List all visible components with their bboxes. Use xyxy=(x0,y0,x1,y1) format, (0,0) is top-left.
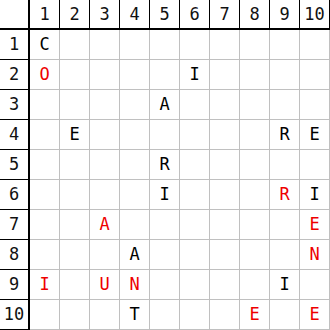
cell-r2-c3 xyxy=(90,60,120,90)
crossword-grid: 123456789101C2OI3A4ERE5R6IRI7AE8AN9IUNI1… xyxy=(0,0,330,330)
cell-r8-c10[interactable]: N xyxy=(300,240,330,270)
row-header-7: 7 xyxy=(0,210,30,240)
cell-r1-c2[interactable] xyxy=(60,30,90,60)
row-header-5: 5 xyxy=(0,150,30,180)
cell-r6-c10[interactable]: I xyxy=(300,180,330,210)
cell-r3-c9[interactable] xyxy=(270,90,300,120)
cell-r4-c10[interactable]: E xyxy=(300,120,330,150)
cell-r3-c3[interactable] xyxy=(90,90,120,120)
cell-r8-c5[interactable] xyxy=(150,240,180,270)
cell-r2-c10[interactable] xyxy=(300,60,330,90)
cell-r5-c2[interactable] xyxy=(60,150,90,180)
cell-r1-c4[interactable] xyxy=(120,30,150,60)
cell-r8-c1[interactable] xyxy=(30,240,60,270)
row-header-4: 4 xyxy=(0,120,30,150)
cell-r3-c5[interactable]: A xyxy=(150,90,180,120)
cell-r9-c3[interactable]: U xyxy=(90,270,120,300)
col-header-4: 4 xyxy=(120,0,150,30)
cell-r2-c4[interactable] xyxy=(120,60,150,90)
cell-r7-c5[interactable] xyxy=(150,210,180,240)
col-header-3: 3 xyxy=(90,0,120,30)
cell-r3-c7[interactable] xyxy=(210,90,240,120)
cell-r4-c8[interactable] xyxy=(240,120,270,150)
cell-r5-c6[interactable] xyxy=(180,150,210,180)
cell-r3-c8 xyxy=(240,90,270,120)
cell-r6-c7 xyxy=(210,180,240,210)
row-header-6: 6 xyxy=(0,180,30,210)
cell-r2-c2[interactable] xyxy=(60,60,90,90)
cell-r6-c9[interactable]: R xyxy=(270,180,300,210)
cell-r2-c5[interactable] xyxy=(150,60,180,90)
cell-r9-c1[interactable]: I xyxy=(30,270,60,300)
cell-r9-c5[interactable] xyxy=(150,270,180,300)
row-header-1: 1 xyxy=(0,30,30,60)
row-header-10: 10 xyxy=(0,300,30,330)
cell-r5-c4[interactable] xyxy=(120,150,150,180)
cell-r6-c8[interactable] xyxy=(240,180,270,210)
cell-r4-c3[interactable] xyxy=(90,120,120,150)
cell-r4-c6[interactable] xyxy=(180,120,210,150)
cell-r5-c3 xyxy=(90,150,120,180)
row-header-2: 2 xyxy=(0,60,30,90)
corner-cell xyxy=(0,0,30,30)
cell-r1-c5[interactable] xyxy=(150,30,180,60)
cell-r6-c5[interactable]: I xyxy=(150,180,180,210)
cell-r10-c7 xyxy=(210,300,240,330)
cell-r4-c5[interactable] xyxy=(150,120,180,150)
row-header-9: 9 xyxy=(0,270,30,300)
cell-r9-c4[interactable]: N xyxy=(120,270,150,300)
cell-r3-c6[interactable] xyxy=(180,90,210,120)
cell-r10-c5[interactable] xyxy=(150,300,180,330)
cell-r5-c9 xyxy=(270,150,300,180)
col-header-2: 2 xyxy=(60,0,90,30)
cell-r10-c9[interactable] xyxy=(270,300,300,330)
cell-r5-c10[interactable] xyxy=(300,150,330,180)
cell-r9-c6[interactable] xyxy=(180,270,210,300)
cell-r8-c7[interactable] xyxy=(210,240,240,270)
cell-r8-c2[interactable] xyxy=(60,240,90,270)
cell-r1-c7[interactable] xyxy=(210,30,240,60)
col-header-8: 8 xyxy=(240,0,270,30)
cell-r10-c4[interactable]: T xyxy=(120,300,150,330)
cell-r10-c1[interactable] xyxy=(30,300,60,330)
cell-r8-c4[interactable]: A xyxy=(120,240,150,270)
cell-r7-c4[interactable] xyxy=(120,210,150,240)
cell-r1-c9[interactable] xyxy=(270,30,300,60)
cell-r7-c1[interactable] xyxy=(30,210,60,240)
cell-r5-c7[interactable] xyxy=(210,150,240,180)
cell-r4-c4[interactable] xyxy=(120,120,150,150)
col-header-9: 9 xyxy=(270,0,300,30)
cell-r5-c1[interactable] xyxy=(30,150,60,180)
cell-r4-c7[interactable] xyxy=(210,120,240,150)
cell-r6-c4[interactable] xyxy=(120,180,150,210)
cell-r2-c8 xyxy=(240,60,270,90)
cell-r2-c9[interactable] xyxy=(270,60,300,90)
cell-r7-c6[interactable] xyxy=(180,210,210,240)
cell-r1-c3[interactable] xyxy=(90,30,120,60)
row-header-8: 8 xyxy=(0,240,30,270)
cell-r10-c3[interactable] xyxy=(90,300,120,330)
cell-r9-c8[interactable] xyxy=(240,270,270,300)
cell-r8-c6[interactable] xyxy=(180,240,210,270)
cell-r3-c2[interactable] xyxy=(60,90,90,120)
cell-r7-c9[interactable] xyxy=(270,210,300,240)
cell-r9-c2 xyxy=(60,270,90,300)
cell-r10-c6[interactable] xyxy=(180,300,210,330)
cell-r1-c6[interactable] xyxy=(180,30,210,60)
cell-r3-c4 xyxy=(120,90,150,120)
cell-r2-c1[interactable]: O xyxy=(30,60,60,90)
cell-r7-c10[interactable]: E xyxy=(300,210,330,240)
col-header-1: 1 xyxy=(30,0,60,30)
cell-r4-c9[interactable]: R xyxy=(270,120,300,150)
cell-r4-c1[interactable] xyxy=(30,120,60,150)
cell-r2-c7[interactable] xyxy=(210,60,240,90)
cell-r6-c1[interactable] xyxy=(30,180,60,210)
cell-r2-c6[interactable]: I xyxy=(180,60,210,90)
cell-r6-c3[interactable] xyxy=(90,180,120,210)
cell-r9-c9[interactable]: I xyxy=(270,270,300,300)
col-header-5: 5 xyxy=(150,0,180,30)
cell-r7-c2[interactable] xyxy=(60,210,90,240)
col-header-7: 7 xyxy=(210,0,240,30)
cell-r7-c8[interactable] xyxy=(240,210,270,240)
col-header-10: 10 xyxy=(300,0,330,30)
cell-r7-c3[interactable]: A xyxy=(90,210,120,240)
col-header-6: 6 xyxy=(180,0,210,30)
cell-r1-c1[interactable]: C xyxy=(30,30,60,60)
cell-r9-c10[interactable] xyxy=(300,270,330,300)
cell-r10-c2 xyxy=(60,300,90,330)
cell-r10-c10[interactable]: E xyxy=(300,300,330,330)
cell-r6-c2 xyxy=(60,180,90,210)
cell-r3-c10[interactable] xyxy=(300,90,330,120)
cell-r8-c3 xyxy=(90,240,120,270)
cell-r5-c8[interactable] xyxy=(240,150,270,180)
cell-r3-c1[interactable] xyxy=(30,90,60,120)
row-header-3: 3 xyxy=(0,90,30,120)
cell-r4-c2[interactable]: E xyxy=(60,120,90,150)
cell-r1-c10[interactable] xyxy=(300,30,330,60)
cell-r5-c5[interactable]: R xyxy=(150,150,180,180)
cell-r8-c9 xyxy=(270,240,300,270)
cell-r7-c7[interactable] xyxy=(210,210,240,240)
crossword-app: 123456789101C2OI3A4ERE5R6IRI7AE8AN9IUNI1… xyxy=(0,0,330,330)
cell-r8-c8[interactable] xyxy=(240,240,270,270)
cell-r10-c8[interactable]: E xyxy=(240,300,270,330)
cell-r6-c6[interactable] xyxy=(180,180,210,210)
cell-r1-c8[interactable] xyxy=(240,30,270,60)
cell-r9-c7 xyxy=(210,270,240,300)
